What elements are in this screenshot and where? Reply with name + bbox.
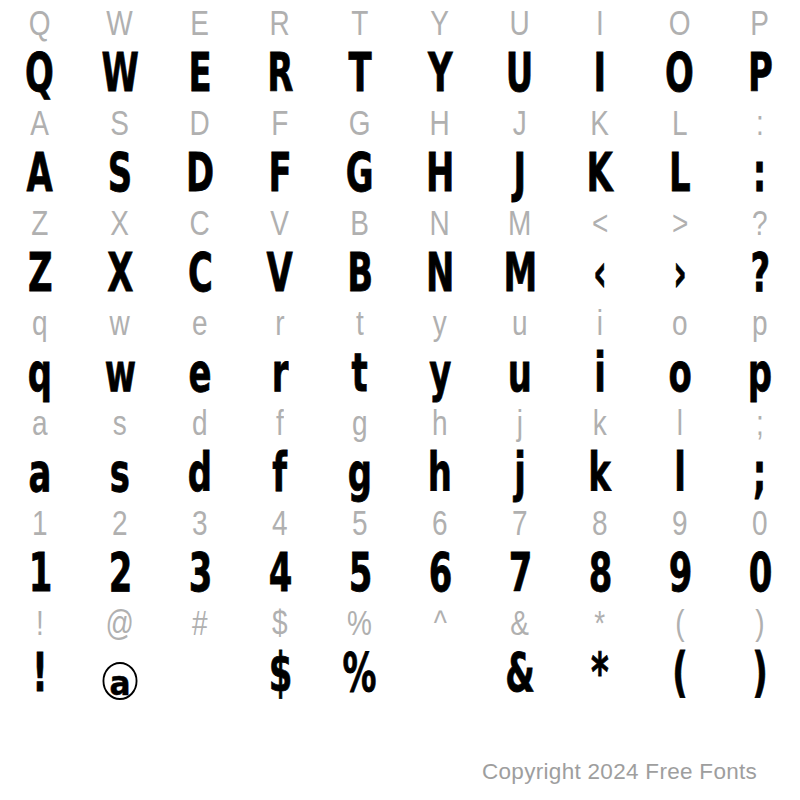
glyph-bold: l xyxy=(674,446,686,500)
glyph-gray: ) xyxy=(755,600,764,646)
glyph-cell-r13c9: ( xyxy=(640,600,720,646)
glyph-cell-r8c3: e xyxy=(160,346,240,400)
glyph-bold: ? xyxy=(750,246,770,300)
glyph-cell-r9c3: d xyxy=(160,400,240,446)
glyph-cell-r13c10: ) xyxy=(720,600,800,646)
glyph-bold: F xyxy=(268,146,291,200)
glyph-cell-r6c6: N xyxy=(400,246,480,300)
glyph-bold: R xyxy=(267,46,293,100)
glyph-gray: f xyxy=(276,400,284,446)
specimen-row-10-bold: asdfghjkl; xyxy=(0,446,800,500)
glyph-bold: & xyxy=(505,646,535,700)
glyph-cell-r5c3: C xyxy=(160,200,240,246)
specimen-row-5-gray: ZXCVBNM<>? xyxy=(0,200,800,246)
glyph-cell-r9c10: ; xyxy=(720,400,800,446)
glyph-bold: ! xyxy=(32,646,47,700)
glyph-bold: y xyxy=(429,346,451,400)
glyph-cell-r12c7: 7 xyxy=(480,546,560,600)
glyph-cell-r14c8: * xyxy=(560,646,640,700)
glyph-gray: o xyxy=(672,300,688,346)
glyph-gray: > xyxy=(672,200,688,246)
glyph-cell-r3c10: : xyxy=(720,100,800,146)
glyph-cell-r1c1: Q xyxy=(0,0,80,46)
glyph-cell-r9c1: a xyxy=(0,400,80,446)
glyph-bold: $ xyxy=(268,646,292,700)
glyph-gray: Z xyxy=(31,200,48,246)
glyph-gray: S xyxy=(111,100,130,146)
glyph-gray: q xyxy=(32,300,48,346)
glyph-gray: 7 xyxy=(512,500,528,546)
glyph-cell-r14c6 xyxy=(400,646,480,700)
circled-a-at-sign-glyph: a xyxy=(103,662,138,700)
glyph-bold: T xyxy=(348,46,371,100)
glyph-gray: Y xyxy=(431,0,450,46)
font-specimen-page: QWERTYUIOPQWERTYUIOPASDFGHJKL:ASDFGHJKL:… xyxy=(0,0,800,800)
glyph-cell-r8c8: i xyxy=(560,346,640,400)
glyph-bold: Y xyxy=(428,46,453,100)
glyph-cell-r5c10: ? xyxy=(720,200,800,246)
glyph-cell-r3c1: A xyxy=(0,100,80,146)
specimen-row-11-gray: 1234567890 xyxy=(0,500,800,546)
glyph-cell-r6c8: ‹ xyxy=(560,246,640,300)
glyph-bold: 8 xyxy=(588,546,612,600)
glyph-bold: % xyxy=(343,646,377,700)
glyph-gray: 3 xyxy=(192,500,208,546)
glyph-cell-r2c3: E xyxy=(160,46,240,100)
glyph-cell-r8c4: r xyxy=(240,346,320,400)
glyph-cell-r7c5: t xyxy=(320,300,400,346)
glyph-bold: r xyxy=(272,346,289,400)
glyph-gray: A xyxy=(31,100,50,146)
glyph-cell-r1c10: P xyxy=(720,0,800,46)
glyph-gray: M xyxy=(508,200,531,246)
specimen-row-12-bold: 1234567890 xyxy=(0,546,800,600)
glyph-bold: W xyxy=(101,46,138,100)
glyph-cell-r11c4: 4 xyxy=(240,500,320,546)
glyph-bold: 7 xyxy=(508,546,532,600)
glyph-cell-r12c9: 9 xyxy=(640,546,720,600)
glyph-gray: K xyxy=(591,100,610,146)
glyph-cell-r12c4: 4 xyxy=(240,546,320,600)
specimen-row-6-bold: ZXCVBNM‹›? xyxy=(0,246,800,300)
glyph-cell-r12c10: 0 xyxy=(720,546,800,600)
glyph-cell-r6c4: V xyxy=(240,246,320,300)
glyph-cell-r2c9: O xyxy=(640,46,720,100)
glyph-gray: 6 xyxy=(432,500,448,546)
glyph-cell-r10c3: d xyxy=(160,446,240,500)
glyph-gray: G xyxy=(349,100,371,146)
glyph-cell-r10c6: h xyxy=(400,446,480,500)
glyph-cell-r11c9: 9 xyxy=(640,500,720,546)
glyph-cell-r2c1: Q xyxy=(0,46,80,100)
glyph-gray: w xyxy=(110,300,130,346)
glyph-cell-r11c6: 6 xyxy=(400,500,480,546)
glyph-cell-r7c10: p xyxy=(720,300,800,346)
glyph-cell-r13c2: @ xyxy=(80,600,160,646)
glyph-cell-r7c6: y xyxy=(400,300,480,346)
glyph-bold: O xyxy=(666,46,695,100)
glyph-cell-r1c3: E xyxy=(160,0,240,46)
glyph-cell-r13c6: ^ xyxy=(400,600,480,646)
glyph-cell-r5c9: > xyxy=(640,200,720,246)
glyph-cell-r4c4: F xyxy=(240,146,320,200)
glyph-bold: ( xyxy=(672,646,688,700)
glyph-bold: 0 xyxy=(748,546,772,600)
glyph-cell-r3c7: J xyxy=(480,100,560,146)
specimen-row-8-bold: qwertyuiop xyxy=(0,346,800,400)
glyph-gray: ! xyxy=(36,600,44,646)
glyph-bold: p xyxy=(748,346,772,400)
glyph-bold: J xyxy=(514,146,527,200)
glyph-bold: h xyxy=(428,446,452,500)
glyph-cell-r6c5: B xyxy=(320,246,400,300)
glyph-bold: U xyxy=(506,46,534,100)
glyph-cell-r3c3: D xyxy=(160,100,240,146)
glyph-gray: t xyxy=(356,300,364,346)
glyph-cell-r8c9: o xyxy=(640,346,720,400)
glyph-cell-r14c1: ! xyxy=(0,646,80,700)
glyph-cell-r9c2: s xyxy=(80,400,160,446)
glyph-gray: I xyxy=(596,0,604,46)
glyph-cell-r9c8: k xyxy=(560,400,640,446)
glyph-bold: e xyxy=(188,346,211,400)
glyph-cell-r1c9: O xyxy=(640,0,720,46)
glyph-gray: X xyxy=(111,200,130,246)
glyph-cell-r6c7: M xyxy=(480,246,560,300)
glyph-bold: › xyxy=(673,246,687,300)
glyph-cell-r13c4: $ xyxy=(240,600,320,646)
glyph-bold: 4 xyxy=(268,546,292,600)
glyph-gray: * xyxy=(595,600,606,646)
glyph-gray: B xyxy=(351,200,370,246)
glyph-bold: K xyxy=(587,146,613,200)
glyph-bold: V xyxy=(267,246,293,300)
glyph-bold: o xyxy=(668,346,691,400)
glyph-gray: # xyxy=(192,600,208,646)
glyph-gray: r xyxy=(275,300,284,346)
glyph-cell-r13c1: ! xyxy=(0,600,80,646)
glyph-cell-r10c2: s xyxy=(80,446,160,500)
glyph-cell-r10c1: a xyxy=(0,446,80,500)
glyph-bold: d xyxy=(188,446,212,500)
glyph-cell-r7c1: q xyxy=(0,300,80,346)
glyph-gray: ; xyxy=(756,400,764,446)
glyph-gray: s xyxy=(113,400,127,446)
glyph-gray: e xyxy=(192,300,208,346)
glyph-cell-r11c2: 2 xyxy=(80,500,160,546)
specimen-row-4-bold: ASDFGHJKL: xyxy=(0,146,800,200)
glyph-cell-r13c5: % xyxy=(320,600,400,646)
glyph-cell-r6c3: C xyxy=(160,246,240,300)
glyph-cell-r7c9: o xyxy=(640,300,720,346)
glyph-cell-r12c3: 3 xyxy=(160,546,240,600)
glyph-cell-r1c7: U xyxy=(480,0,560,46)
glyph-cell-r4c3: D xyxy=(160,146,240,200)
glyph-gray: R xyxy=(270,0,290,46)
glyph-cell-r2c2: W xyxy=(80,46,160,100)
glyph-bold: D xyxy=(186,146,214,200)
glyph-gray: u xyxy=(512,300,528,346)
glyph-gray: J xyxy=(513,100,527,146)
glyph-bold: w xyxy=(104,346,135,400)
glyph-cell-r7c8: i xyxy=(560,300,640,346)
glyph-cell-r12c1: 1 xyxy=(0,546,80,600)
glyph-bold: 6 xyxy=(428,546,452,600)
glyph-bold: E xyxy=(188,46,211,100)
character-grid: QWERTYUIOPQWERTYUIOPASDFGHJKL:ASDFGHJKL:… xyxy=(0,0,800,700)
glyph-bold: a xyxy=(29,446,52,500)
glyph-gray: 1 xyxy=(32,500,48,546)
glyph-cell-r6c2: X xyxy=(80,246,160,300)
glyph-cell-r6c9: › xyxy=(640,246,720,300)
glyph-gray: i xyxy=(597,300,603,346)
specimen-row-3-gray: ASDFGHJKL: xyxy=(0,100,800,146)
glyph-cell-r9c7: j xyxy=(480,400,560,446)
glyph-gray: H xyxy=(430,100,450,146)
glyph-cell-r10c10: ; xyxy=(720,446,800,500)
glyph-cell-r4c1: A xyxy=(0,146,80,200)
glyph-cell-r5c5: B xyxy=(320,200,400,246)
glyph-gray: 5 xyxy=(352,500,368,546)
specimen-row-1-gray: QWERTYUIOP xyxy=(0,0,800,46)
glyph-bold: B xyxy=(347,246,373,300)
glyph-bold: N xyxy=(426,246,454,300)
glyph-bold: 5 xyxy=(348,546,372,600)
glyph-cell-r11c8: 8 xyxy=(560,500,640,546)
specimen-row-7-gray: qwertyuiop xyxy=(0,300,800,346)
glyph-gray: j xyxy=(517,400,523,446)
glyph-gray: p xyxy=(752,300,768,346)
glyph-cell-r3c6: H xyxy=(400,100,480,146)
glyph-cell-r3c2: S xyxy=(80,100,160,146)
glyph-cell-r13c7: & xyxy=(480,600,560,646)
glyph-cell-r10c4: f xyxy=(240,446,320,500)
glyph-cell-r9c4: f xyxy=(240,400,320,446)
glyph-cell-r11c10: 0 xyxy=(720,500,800,546)
glyph-cell-r10c9: l xyxy=(640,446,720,500)
glyph-gray: 2 xyxy=(112,500,128,546)
glyph-bold: j xyxy=(514,446,526,500)
glyph-bold: u xyxy=(508,346,532,400)
glyph-cell-r8c10: p xyxy=(720,346,800,400)
glyph-gray: 0 xyxy=(752,500,768,546)
glyph-bold: 2 xyxy=(108,546,132,600)
glyph-cell-r4c9: L xyxy=(640,146,720,200)
glyph-bold: : xyxy=(753,146,767,200)
glyph-gray: L xyxy=(672,100,688,146)
glyph-bold: g xyxy=(348,446,372,500)
glyph-gray: $ xyxy=(272,600,288,646)
glyph-cell-r4c5: G xyxy=(320,146,400,200)
glyph-cell-r10c8: k xyxy=(560,446,640,500)
glyph-cell-r2c8: I xyxy=(560,46,640,100)
glyph-bold: 3 xyxy=(188,546,212,600)
glyph-gray: < xyxy=(592,200,608,246)
glyph-cell-r6c10: ? xyxy=(720,246,800,300)
glyph-cell-r5c2: X xyxy=(80,200,160,246)
glyph-cell-r2c4: R xyxy=(240,46,320,100)
glyph-cell-r4c10: : xyxy=(720,146,800,200)
glyph-cell-r4c8: K xyxy=(560,146,640,200)
glyph-gray: O xyxy=(669,0,691,46)
glyph-cell-r1c2: W xyxy=(80,0,160,46)
glyph-cell-r2c6: Y xyxy=(400,46,480,100)
glyph-bold: i xyxy=(594,346,606,400)
glyph-bold: S xyxy=(108,146,132,200)
glyph-cell-r5c8: < xyxy=(560,200,640,246)
glyph-gray: ^ xyxy=(433,600,446,646)
glyph-cell-r14c4: $ xyxy=(240,646,320,700)
glyph-cell-r5c7: M xyxy=(480,200,560,246)
glyph-cell-r9c5: g xyxy=(320,400,400,446)
glyph-cell-r4c2: S xyxy=(80,146,160,200)
glyph-gray: P xyxy=(751,0,770,46)
glyph-cell-r12c6: 6 xyxy=(400,546,480,600)
glyph-cell-r2c5: T xyxy=(320,46,400,100)
glyph-cell-r1c4: R xyxy=(240,0,320,46)
glyph-bold: 1 xyxy=(28,546,52,600)
glyph-gray: d xyxy=(192,400,208,446)
glyph-bold: A xyxy=(27,146,53,200)
glyph-cell-r5c4: V xyxy=(240,200,320,246)
glyph-cell-r13c3: # xyxy=(160,600,240,646)
glyph-gray: E xyxy=(191,0,210,46)
glyph-cell-r14c3 xyxy=(160,646,240,700)
glyph-gray: C xyxy=(190,200,210,246)
glyph-cell-r8c7: u xyxy=(480,346,560,400)
glyph-cell-r5c6: N xyxy=(400,200,480,246)
glyph-cell-r8c6: y xyxy=(400,346,480,400)
glyph-cell-r3c9: L xyxy=(640,100,720,146)
glyph-bold: ) xyxy=(752,646,768,700)
glyph-gray: : xyxy=(756,100,764,146)
glyph-cell-r14c2: a xyxy=(80,646,160,700)
glyph-bold: * xyxy=(591,646,609,700)
glyph-cell-r3c8: K xyxy=(560,100,640,146)
glyph-cell-r11c5: 5 xyxy=(320,500,400,546)
glyph-bold: ; xyxy=(753,446,767,500)
specimen-row-14-bold: !a$%&*() xyxy=(0,646,800,700)
glyph-bold: 9 xyxy=(668,546,692,600)
specimen-row-13-gray: !@#$%^&*() xyxy=(0,600,800,646)
glyph-gray: & xyxy=(511,600,530,646)
glyph-gray: F xyxy=(271,100,288,146)
glyph-cell-r3c4: F xyxy=(240,100,320,146)
glyph-cell-r4c6: H xyxy=(400,146,480,200)
specimen-row-9-gray: asdfghjkl; xyxy=(0,400,800,446)
glyph-gray: W xyxy=(107,0,133,46)
glyph-cell-r9c9: l xyxy=(640,400,720,446)
glyph-bold: q xyxy=(28,346,52,400)
glyph-cell-r7c4: r xyxy=(240,300,320,346)
glyph-cell-r1c5: T xyxy=(320,0,400,46)
glyph-cell-r7c3: e xyxy=(160,300,240,346)
glyph-bold: I xyxy=(594,46,607,100)
glyph-cell-r10c7: j xyxy=(480,446,560,500)
glyph-cell-r12c5: 5 xyxy=(320,546,400,600)
glyph-gray: D xyxy=(190,100,210,146)
glyph-gray: 4 xyxy=(272,500,288,546)
glyph-cell-r14c10: ) xyxy=(720,646,800,700)
glyph-gray: ? xyxy=(752,200,768,246)
glyph-cell-r14c9: ( xyxy=(640,646,720,700)
glyph-gray: l xyxy=(677,400,683,446)
glyph-bold: f xyxy=(273,446,288,500)
glyph-bold: s xyxy=(110,446,130,500)
glyph-cell-r4c7: J xyxy=(480,146,560,200)
glyph-cell-r8c1: q xyxy=(0,346,80,400)
glyph-gray: T xyxy=(351,0,368,46)
glyph-bold: C xyxy=(188,246,213,300)
glyph-cell-r14c5: % xyxy=(320,646,400,700)
glyph-bold: Z xyxy=(28,246,53,300)
glyph-bold: Q xyxy=(26,46,55,100)
glyph-cell-r12c2: 2 xyxy=(80,546,160,600)
glyph-bold: t xyxy=(352,346,368,400)
glyph-cell-r13c8: * xyxy=(560,600,640,646)
glyph-gray: Q xyxy=(29,0,51,46)
glyph-gray: g xyxy=(352,400,368,446)
copyright-text: Copyright 2024 Free Fonts xyxy=(482,759,757,785)
glyph-bold: ‹ xyxy=(593,246,607,300)
glyph-bold: P xyxy=(748,46,773,100)
glyph-gray: N xyxy=(430,200,450,246)
glyph-cell-r6c1: Z xyxy=(0,246,80,300)
glyph-cell-r2c7: U xyxy=(480,46,560,100)
glyph-cell-r14c7: & xyxy=(480,646,560,700)
glyph-cell-r7c2: w xyxy=(80,300,160,346)
glyph-cell-r7c7: u xyxy=(480,300,560,346)
glyph-cell-r11c7: 7 xyxy=(480,500,560,546)
glyph-cell-r2c10: P xyxy=(720,46,800,100)
glyph-gray: U xyxy=(510,0,530,46)
glyph-cell-r12c8: 8 xyxy=(560,546,640,600)
glyph-gray: V xyxy=(271,200,290,246)
glyph-gray: % xyxy=(348,600,373,646)
glyph-gray: 8 xyxy=(592,500,608,546)
glyph-cell-r8c5: t xyxy=(320,346,400,400)
glyph-cell-r8c2: w xyxy=(80,346,160,400)
glyph-gray: y xyxy=(433,300,447,346)
glyph-bold: G xyxy=(346,146,374,200)
glyph-cell-r11c3: 3 xyxy=(160,500,240,546)
glyph-gray: a xyxy=(32,400,48,446)
glyph-bold: k xyxy=(589,446,612,500)
glyph-bold: L xyxy=(669,146,691,200)
glyph-cell-r9c6: h xyxy=(400,400,480,446)
specimen-row-2-bold: QWERTYUIOP xyxy=(0,46,800,100)
glyph-gray: 9 xyxy=(672,500,688,546)
glyph-bold: X xyxy=(107,246,133,300)
glyph-cell-r1c8: I xyxy=(560,0,640,46)
glyph-cell-r5c1: Z xyxy=(0,200,80,246)
glyph-gray: ( xyxy=(675,600,684,646)
glyph-gray: k xyxy=(593,400,607,446)
glyph-bold: H xyxy=(426,146,454,200)
glyph-cell-r10c5: g xyxy=(320,446,400,500)
glyph-cell-r1c6: Y xyxy=(400,0,480,46)
glyph-cell-r11c1: 1 xyxy=(0,500,80,546)
glyph-gray: @ xyxy=(106,600,134,646)
glyph-cell-r3c5: G xyxy=(320,100,400,146)
glyph-gray: h xyxy=(432,400,448,446)
glyph-bold: M xyxy=(503,246,537,300)
